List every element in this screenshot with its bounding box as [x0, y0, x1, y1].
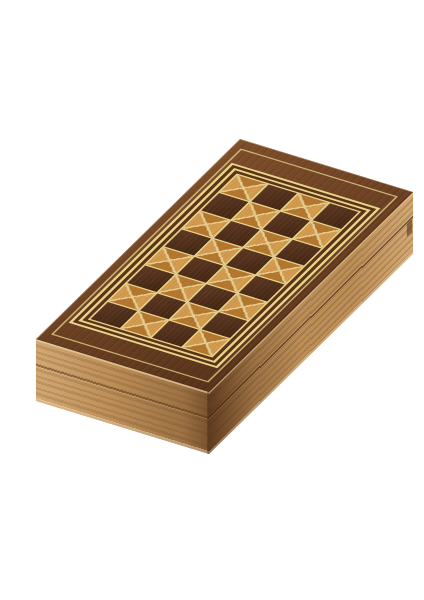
board-frame-outer — [69, 163, 381, 369]
hinge-notch — [407, 219, 412, 237]
product-photo — [0, 0, 424, 600]
